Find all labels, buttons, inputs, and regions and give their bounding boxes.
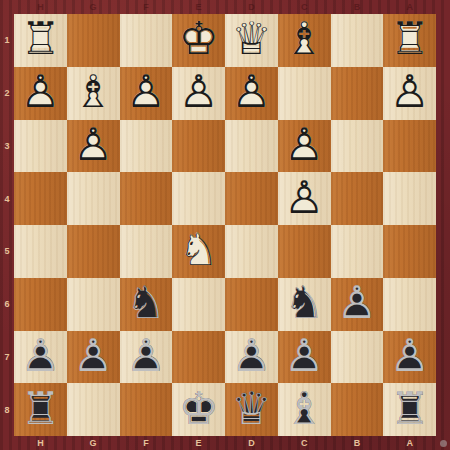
white-pawn-outline-glyph: ♙	[67, 120, 120, 173]
square-f8[interactable]	[120, 383, 173, 436]
black-knight-f6[interactable]: ♞♘	[120, 278, 173, 331]
square-a6[interactable]	[383, 278, 436, 331]
file-label-top-faint-f: F	[143, 2, 149, 12]
file-label-a: A	[406, 438, 413, 448]
file-label-c: C	[301, 438, 308, 448]
white-king-outline-glyph: ♔	[172, 14, 225, 67]
white-bishop-outline-glyph: ♗	[278, 14, 331, 67]
square-f6[interactable]: ♞♘	[120, 278, 173, 331]
black-king-outline-glyph: ♔	[172, 383, 225, 436]
file-label-b: B	[354, 438, 361, 448]
square-g3[interactable]: ♟♙	[67, 120, 120, 173]
rank-label-7: 7	[4, 352, 9, 362]
rank-label-3: 3	[4, 141, 9, 151]
square-g8[interactable]	[67, 383, 120, 436]
white-pawn-outline-glyph: ♙	[14, 67, 67, 120]
black-pawn-b6[interactable]: ♟♙	[331, 278, 384, 331]
square-c8[interactable]: ♝♗	[278, 383, 331, 436]
rank-label-8: 8	[4, 405, 9, 415]
rank-label-5: 5	[4, 246, 9, 256]
square-g2[interactable]: ♝♗	[67, 67, 120, 120]
black-knight-c6[interactable]: ♞♘	[278, 278, 331, 331]
black-rook-outline-glyph: ♖	[383, 383, 436, 436]
black-pawn-outline-glyph: ♙	[278, 331, 331, 384]
square-b6[interactable]: ♟♙	[331, 278, 384, 331]
square-c5[interactable]	[278, 225, 331, 278]
square-f5[interactable]	[120, 225, 173, 278]
square-a7[interactable]: ♟♙	[383, 331, 436, 384]
black-pawn-a7[interactable]: ♟♙	[383, 331, 436, 384]
black-bishop-outline-glyph: ♗	[278, 383, 331, 436]
white-king-e1[interactable]: ♚♔	[172, 14, 225, 67]
black-pawn-outline-glyph: ♙	[383, 331, 436, 384]
rank-label-2: 2	[4, 88, 9, 98]
square-b5[interactable]	[331, 225, 384, 278]
white-knight-e5[interactable]: ♞♘	[172, 225, 225, 278]
square-a2[interactable]: ♟♙	[383, 67, 436, 120]
black-pawn-outline-glyph: ♙	[225, 331, 278, 384]
square-e3[interactable]	[172, 120, 225, 173]
white-pawn-outline-glyph: ♙	[278, 120, 331, 173]
black-pawn-outline-glyph: ♙	[331, 278, 384, 331]
square-b7[interactable]	[331, 331, 384, 384]
white-pawn-h2[interactable]: ♟♙	[14, 67, 67, 120]
square-h1[interactable]: ♜♖	[14, 14, 67, 67]
square-d7[interactable]: ♟♙	[225, 331, 278, 384]
square-e8[interactable]: ♚♔	[172, 383, 225, 436]
square-a5[interactable]	[383, 225, 436, 278]
square-a8[interactable]: ♜♖	[383, 383, 436, 436]
square-h7[interactable]: ♟♙	[14, 331, 67, 384]
black-pawn-f7[interactable]: ♟♙	[120, 331, 173, 384]
square-b3[interactable]	[331, 120, 384, 173]
white-pawn-outline-glyph: ♙	[172, 67, 225, 120]
square-g7[interactable]: ♟♙	[67, 331, 120, 384]
board: ♜♖♚♔♛♕♝♗♜♖♟♙♝♗♟♙♟♙♟♙♟♙♟♙♟♙♟♙♞♘♞♘♞♘♟♙♟♙♟♙…	[14, 14, 436, 436]
square-g1[interactable]	[67, 14, 120, 67]
square-a4[interactable]	[383, 172, 436, 225]
black-queen-d8[interactable]: ♛♕	[225, 383, 278, 436]
rank-label-1: 1	[4, 35, 9, 45]
black-pawn-outline-glyph: ♙	[14, 331, 67, 384]
square-h2[interactable]: ♟♙	[14, 67, 67, 120]
black-pawn-c7[interactable]: ♟♙	[278, 331, 331, 384]
square-e4[interactable]	[172, 172, 225, 225]
black-rook-h8[interactable]: ♜♖	[14, 383, 67, 436]
square-a3[interactable]	[383, 120, 436, 173]
square-b2[interactable]	[331, 67, 384, 120]
white-pawn-e2[interactable]: ♟♙	[172, 67, 225, 120]
square-c2[interactable]	[278, 67, 331, 120]
square-d3[interactable]	[225, 120, 278, 173]
square-f1[interactable]	[120, 14, 173, 67]
square-h8[interactable]: ♜♖	[14, 383, 67, 436]
file-label-g: G	[90, 438, 97, 448]
rank-label-4: 4	[4, 194, 9, 204]
rank-label-6: 6	[4, 299, 9, 309]
chess-diagram: ♜♖♚♔♛♕♝♗♜♖♟♙♝♗♟♙♟♙♟♙♟♙♟♙♟♙♟♙♞♘♞♘♞♘♟♙♟♙♟♙…	[0, 0, 450, 450]
white-pawn-c4[interactable]: ♟♙	[278, 172, 331, 225]
white-knight-outline-glyph: ♘	[172, 225, 225, 278]
white-queen-d1[interactable]: ♛♕	[225, 14, 278, 67]
corner-badge-dot	[440, 440, 447, 447]
white-pawn-outline-glyph: ♙	[225, 67, 278, 120]
black-rook-a8[interactable]: ♜♖	[383, 383, 436, 436]
file-label-top-faint-d: D	[248, 2, 255, 12]
square-b8[interactable]	[331, 383, 384, 436]
black-king-e8[interactable]: ♚♔	[172, 383, 225, 436]
white-pawn-outline-glyph: ♙	[278, 172, 331, 225]
square-h5[interactable]	[14, 225, 67, 278]
square-e5[interactable]: ♞♘	[172, 225, 225, 278]
white-bishop-outline-glyph: ♗	[67, 67, 120, 120]
black-pawn-d7[interactable]: ♟♙	[225, 331, 278, 384]
square-g6[interactable]	[67, 278, 120, 331]
square-f2[interactable]: ♟♙	[120, 67, 173, 120]
white-pawn-d2[interactable]: ♟♙	[225, 67, 278, 120]
square-c4[interactable]: ♟♙	[278, 172, 331, 225]
white-pawn-a2[interactable]: ♟♙	[383, 67, 436, 120]
file-label-top-faint-b: B	[354, 2, 361, 12]
white-rook-outline-glyph: ♖	[14, 14, 67, 67]
black-knight-outline-glyph: ♘	[120, 278, 173, 331]
file-label-top-faint-e: E	[196, 2, 202, 12]
white-queen-outline-glyph: ♕	[225, 14, 278, 67]
white-pawn-outline-glyph: ♙	[383, 67, 436, 120]
square-h4[interactable]	[14, 172, 67, 225]
white-rook-h1[interactable]: ♜♖	[14, 14, 67, 67]
white-pawn-g3[interactable]: ♟♙	[67, 120, 120, 173]
square-h6[interactable]	[14, 278, 67, 331]
white-pawn-outline-glyph: ♙	[120, 67, 173, 120]
square-d2[interactable]: ♟♙	[225, 67, 278, 120]
square-d5[interactable]	[225, 225, 278, 278]
file-label-d: D	[248, 438, 255, 448]
square-g4[interactable]	[67, 172, 120, 225]
square-d8[interactable]: ♛♕	[225, 383, 278, 436]
black-pawn-outline-glyph: ♙	[67, 331, 120, 384]
square-e1[interactable]: ♚♔	[172, 14, 225, 67]
black-queen-outline-glyph: ♕	[225, 383, 278, 436]
white-bishop-g2[interactable]: ♝♗	[67, 67, 120, 120]
square-e6[interactable]	[172, 278, 225, 331]
square-a1[interactable]: ♜♖	[383, 14, 436, 67]
file-label-top-faint-g: G	[90, 2, 97, 12]
square-f3[interactable]	[120, 120, 173, 173]
square-c6[interactable]: ♞♘	[278, 278, 331, 331]
white-pawn-c3[interactable]: ♟♙	[278, 120, 331, 173]
square-d6[interactable]	[225, 278, 278, 331]
square-e2[interactable]: ♟♙	[172, 67, 225, 120]
square-c1[interactable]: ♝♗	[278, 14, 331, 67]
white-pawn-f2[interactable]: ♟♙	[120, 67, 173, 120]
square-c3[interactable]: ♟♙	[278, 120, 331, 173]
white-rook-outline-glyph: ♖	[383, 14, 436, 67]
square-d4[interactable]	[225, 172, 278, 225]
square-c7[interactable]: ♟♙	[278, 331, 331, 384]
file-label-top-faint-h: H	[37, 2, 44, 12]
square-e7[interactable]	[172, 331, 225, 384]
white-rook-a1[interactable]: ♜♖	[383, 14, 436, 67]
square-b4[interactable]	[331, 172, 384, 225]
square-b1[interactable]	[331, 14, 384, 67]
file-label-h: H	[37, 438, 44, 448]
square-d1[interactable]: ♛♕	[225, 14, 278, 67]
square-g5[interactable]	[67, 225, 120, 278]
file-label-top-faint-a: A	[406, 2, 413, 12]
black-rook-outline-glyph: ♖	[14, 383, 67, 436]
square-f7[interactable]: ♟♙	[120, 331, 173, 384]
black-pawn-g7[interactable]: ♟♙	[67, 331, 120, 384]
file-label-e: E	[196, 438, 202, 448]
black-bishop-c8[interactable]: ♝♗	[278, 383, 331, 436]
file-label-top-faint-c: C	[301, 2, 308, 12]
square-f4[interactable]	[120, 172, 173, 225]
white-bishop-c1[interactable]: ♝♗	[278, 14, 331, 67]
file-label-f: F	[143, 438, 149, 448]
square-h3[interactable]	[14, 120, 67, 173]
black-pawn-outline-glyph: ♙	[120, 331, 173, 384]
black-knight-outline-glyph: ♘	[278, 278, 331, 331]
black-pawn-h7[interactable]: ♟♙	[14, 331, 67, 384]
